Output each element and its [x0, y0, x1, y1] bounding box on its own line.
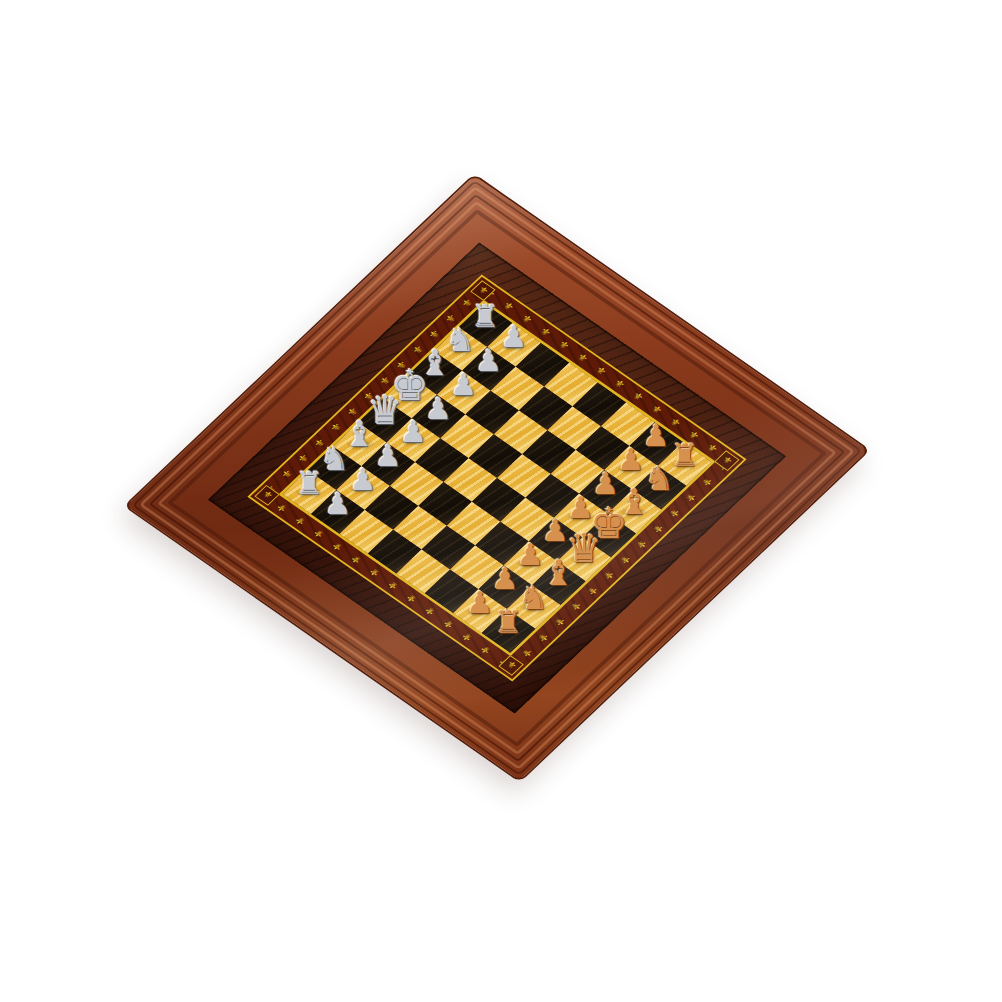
- checkerboard: [283, 303, 712, 652]
- product-photo: ⚜⚜⚜⚜⚜⚜⚜⚜⚜⚜⚜⚜⚜⚜⚜⚜⚜⚜⚜⚜⚜⚜⚜⚜⚜⚜⚜⚜⚜⚜⚜⚜⚜⚜⚜⚜⚜⚜⚜⚜…: [0, 0, 1002, 1002]
- chess-board: ⚜⚜⚜⚜⚜⚜⚜⚜⚜⚜⚜⚜⚜⚜⚜⚜⚜⚜⚜⚜⚜⚜⚜⚜⚜⚜⚜⚜⚜⚜⚜⚜⚜⚜⚜⚜⚜⚜⚜⚜…: [123, 173, 870, 782]
- board-margin-marble: ⚜⚜⚜⚜⚜⚜⚜⚜⚜⚜⚜⚜⚜⚜⚜⚜⚜⚜⚜⚜⚜⚜⚜⚜⚜⚜⚜⚜⚜⚜⚜⚜⚜⚜⚜⚜⚜⚜⚜⚜…: [208, 242, 786, 713]
- checkerboard-frame-line: [278, 300, 715, 656]
- decorative-motif-border: ⚜⚜⚜⚜⚜⚜⚜⚜⚜⚜⚜⚜⚜⚜⚜⚜⚜⚜⚜⚜⚜⚜⚜⚜⚜⚜⚜⚜⚜⚜⚜⚜⚜⚜⚜⚜⚜⚜⚜⚜…: [247, 275, 746, 682]
